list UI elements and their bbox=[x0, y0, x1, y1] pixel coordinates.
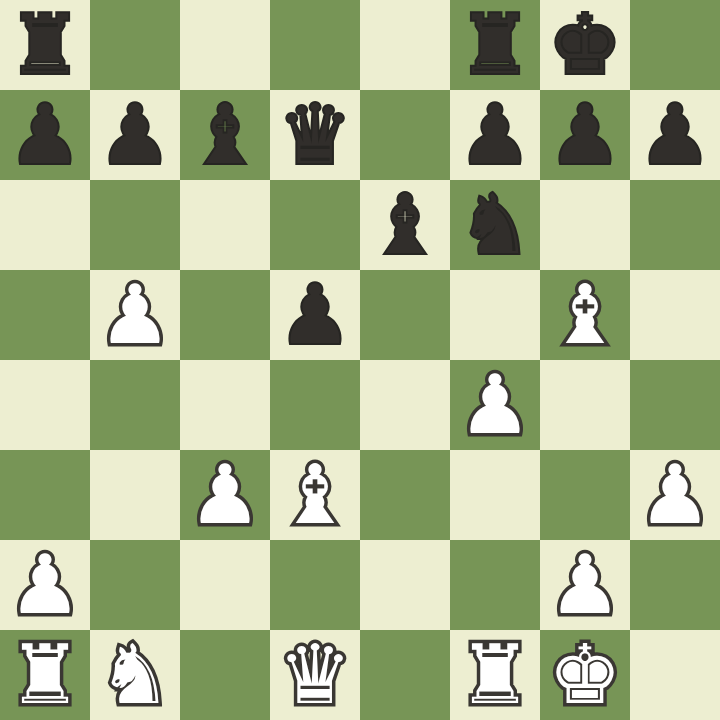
square-g7[interactable] bbox=[540, 90, 630, 180]
square-f7[interactable] bbox=[450, 90, 540, 180]
piece-black-king-g8[interactable] bbox=[540, 0, 630, 90]
square-b5[interactable] bbox=[90, 270, 180, 360]
square-c6[interactable] bbox=[180, 180, 270, 270]
square-c4[interactable] bbox=[180, 360, 270, 450]
piece-white-pawn-a2[interactable] bbox=[0, 540, 90, 630]
square-b7[interactable] bbox=[90, 90, 180, 180]
square-h6[interactable] bbox=[630, 180, 720, 270]
piece-white-pawn-f4[interactable] bbox=[450, 360, 540, 450]
square-d1[interactable] bbox=[270, 630, 360, 720]
square-a8[interactable] bbox=[0, 0, 90, 90]
square-h7[interactable] bbox=[630, 90, 720, 180]
piece-white-bishop-d3[interactable] bbox=[270, 450, 360, 540]
square-c2[interactable] bbox=[180, 540, 270, 630]
square-a2[interactable] bbox=[0, 540, 90, 630]
square-a3[interactable] bbox=[0, 450, 90, 540]
square-a5[interactable] bbox=[0, 270, 90, 360]
square-b1[interactable] bbox=[90, 630, 180, 720]
piece-white-king-g1[interactable] bbox=[540, 630, 630, 720]
square-b3[interactable] bbox=[90, 450, 180, 540]
square-a7[interactable] bbox=[0, 90, 90, 180]
square-b4[interactable] bbox=[90, 360, 180, 450]
square-h4[interactable] bbox=[630, 360, 720, 450]
square-f3[interactable] bbox=[450, 450, 540, 540]
square-e7[interactable] bbox=[360, 90, 450, 180]
square-b8[interactable] bbox=[90, 0, 180, 90]
square-c1[interactable] bbox=[180, 630, 270, 720]
square-a1[interactable] bbox=[0, 630, 90, 720]
square-c7[interactable] bbox=[180, 90, 270, 180]
square-g4[interactable] bbox=[540, 360, 630, 450]
piece-black-rook-a8[interactable] bbox=[0, 0, 90, 90]
piece-white-knight-b1[interactable] bbox=[90, 630, 180, 720]
square-h1[interactable] bbox=[630, 630, 720, 720]
square-e2[interactable] bbox=[360, 540, 450, 630]
piece-white-pawn-c3[interactable] bbox=[180, 450, 270, 540]
square-h3[interactable] bbox=[630, 450, 720, 540]
square-c8[interactable] bbox=[180, 0, 270, 90]
piece-black-bishop-c7[interactable] bbox=[180, 90, 270, 180]
chess-board bbox=[0, 0, 720, 720]
square-g2[interactable] bbox=[540, 540, 630, 630]
square-b2[interactable] bbox=[90, 540, 180, 630]
square-e3[interactable] bbox=[360, 450, 450, 540]
square-g5[interactable] bbox=[540, 270, 630, 360]
piece-white-pawn-h3[interactable] bbox=[630, 450, 720, 540]
piece-white-bishop-g5[interactable] bbox=[540, 270, 630, 360]
square-g8[interactable] bbox=[540, 0, 630, 90]
square-f5[interactable] bbox=[450, 270, 540, 360]
square-d4[interactable] bbox=[270, 360, 360, 450]
square-h5[interactable] bbox=[630, 270, 720, 360]
square-f2[interactable] bbox=[450, 540, 540, 630]
square-a4[interactable] bbox=[0, 360, 90, 450]
square-e8[interactable] bbox=[360, 0, 450, 90]
piece-black-knight-f6[interactable] bbox=[450, 180, 540, 270]
piece-black-pawn-g7[interactable] bbox=[540, 90, 630, 180]
piece-white-pawn-g2[interactable] bbox=[540, 540, 630, 630]
square-f1[interactable] bbox=[450, 630, 540, 720]
square-d5[interactable] bbox=[270, 270, 360, 360]
piece-black-pawn-d5[interactable] bbox=[270, 270, 360, 360]
square-h2[interactable] bbox=[630, 540, 720, 630]
square-e1[interactable] bbox=[360, 630, 450, 720]
piece-black-pawn-b7[interactable] bbox=[90, 90, 180, 180]
piece-black-bishop-e6[interactable] bbox=[360, 180, 450, 270]
square-g6[interactable] bbox=[540, 180, 630, 270]
piece-white-rook-f1[interactable] bbox=[450, 630, 540, 720]
square-d2[interactable] bbox=[270, 540, 360, 630]
square-h8[interactable] bbox=[630, 0, 720, 90]
square-c3[interactable] bbox=[180, 450, 270, 540]
square-f8[interactable] bbox=[450, 0, 540, 90]
square-f4[interactable] bbox=[450, 360, 540, 450]
square-d7[interactable] bbox=[270, 90, 360, 180]
square-a6[interactable] bbox=[0, 180, 90, 270]
square-c5[interactable] bbox=[180, 270, 270, 360]
square-d8[interactable] bbox=[270, 0, 360, 90]
square-e6[interactable] bbox=[360, 180, 450, 270]
piece-black-pawn-f7[interactable] bbox=[450, 90, 540, 180]
square-d3[interactable] bbox=[270, 450, 360, 540]
square-e4[interactable] bbox=[360, 360, 450, 450]
square-g3[interactable] bbox=[540, 450, 630, 540]
square-d6[interactable] bbox=[270, 180, 360, 270]
piece-black-queen-d7[interactable] bbox=[270, 90, 360, 180]
piece-black-pawn-a7[interactable] bbox=[0, 90, 90, 180]
piece-black-pawn-h7[interactable] bbox=[630, 90, 720, 180]
piece-black-rook-f8[interactable] bbox=[450, 0, 540, 90]
square-e5[interactable] bbox=[360, 270, 450, 360]
piece-white-rook-a1[interactable] bbox=[0, 630, 90, 720]
piece-white-queen-d1[interactable] bbox=[270, 630, 360, 720]
square-b6[interactable] bbox=[90, 180, 180, 270]
square-g1[interactable] bbox=[540, 630, 630, 720]
square-f6[interactable] bbox=[450, 180, 540, 270]
piece-white-pawn-b5[interactable] bbox=[90, 270, 180, 360]
